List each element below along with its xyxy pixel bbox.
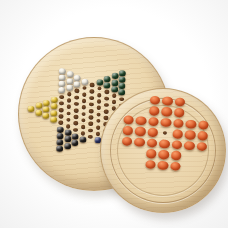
peg-white[interactable] <box>59 74 66 81</box>
peg-green[interactable] <box>118 83 125 90</box>
board-hole[interactable] <box>89 109 94 113</box>
board-hole[interactable] <box>82 86 87 90</box>
peg-green[interactable] <box>111 73 118 80</box>
board-hole[interactable] <box>66 118 71 122</box>
board-hole[interactable] <box>96 112 101 116</box>
marble[interactable] <box>147 127 158 137</box>
peg-black[interactable] <box>56 146 63 153</box>
board-hole[interactable] <box>104 90 109 94</box>
board-hole[interactable] <box>104 103 109 107</box>
marble[interactable] <box>146 138 157 148</box>
board-hole[interactable] <box>88 115 93 119</box>
board-hole[interactable] <box>66 111 71 115</box>
board-hole[interactable] <box>81 118 86 122</box>
board-hole[interactable] <box>66 105 71 109</box>
board-hole[interactable] <box>74 95 79 99</box>
marble[interactable] <box>174 97 185 107</box>
peg-green[interactable] <box>104 76 111 83</box>
peg-yellow[interactable] <box>50 116 57 123</box>
peg-black[interactable] <box>79 137 86 144</box>
marble[interactable] <box>161 107 172 117</box>
board-hole[interactable] <box>66 124 71 128</box>
board-hole[interactable] <box>88 135 93 139</box>
marble[interactable] <box>196 141 207 151</box>
marble[interactable] <box>184 141 195 151</box>
board-hole[interactable] <box>81 112 86 116</box>
peg-white[interactable] <box>73 81 80 88</box>
marble[interactable] <box>145 149 156 159</box>
board-hole[interactable] <box>59 101 64 105</box>
marble[interactable] <box>162 96 173 106</box>
board-hole[interactable] <box>59 108 64 112</box>
marble[interactable] <box>148 117 159 127</box>
peg-black[interactable] <box>57 126 64 133</box>
peg-black[interactable] <box>56 139 63 146</box>
board-hole[interactable] <box>58 121 63 125</box>
peg-white[interactable] <box>59 68 66 75</box>
board-hole[interactable] <box>74 89 79 93</box>
board-hole[interactable] <box>67 92 72 96</box>
peg-yellow[interactable] <box>50 97 57 104</box>
marble[interactable] <box>170 150 181 160</box>
peg-black[interactable] <box>71 133 78 140</box>
marble[interactable] <box>170 161 181 171</box>
marble[interactable] <box>157 160 168 170</box>
board-hole[interactable] <box>88 128 93 132</box>
peg-yellow[interactable] <box>50 103 57 110</box>
board-hole[interactable] <box>89 102 94 106</box>
marble[interactable] <box>159 139 170 149</box>
peg-black[interactable] <box>57 133 64 140</box>
board-hole[interactable] <box>73 128 78 132</box>
marble[interactable] <box>173 108 184 118</box>
board-hole[interactable] <box>73 121 78 125</box>
marble[interactable] <box>135 116 146 126</box>
board-hole[interactable] <box>73 115 78 119</box>
solitaire-hole[interactable] <box>163 131 167 135</box>
board-hole[interactable] <box>80 131 85 135</box>
peg-solitaire-board <box>100 88 226 213</box>
marble[interactable] <box>160 117 171 127</box>
peg-green[interactable] <box>111 79 118 86</box>
peg-black[interactable] <box>71 140 78 147</box>
peg-white[interactable] <box>58 81 65 88</box>
marble[interactable] <box>185 119 196 129</box>
marble[interactable] <box>145 159 156 169</box>
peg-white[interactable] <box>74 75 81 82</box>
board-hole[interactable] <box>81 105 86 109</box>
board-hole[interactable] <box>97 86 102 90</box>
marble[interactable] <box>158 150 169 160</box>
peg-black[interactable] <box>64 143 71 150</box>
peg-green[interactable] <box>119 70 126 77</box>
board-hole[interactable] <box>104 109 109 113</box>
board-hole[interactable] <box>104 96 109 100</box>
board-hole[interactable] <box>88 122 93 126</box>
board-hole[interactable] <box>97 93 102 97</box>
board-hole[interactable] <box>89 89 94 93</box>
marble[interactable] <box>121 136 132 146</box>
board-hole[interactable] <box>81 125 86 129</box>
peg-white[interactable] <box>66 84 73 91</box>
peg-white[interactable] <box>81 78 88 85</box>
peg-green[interactable] <box>111 86 118 93</box>
peg-yellow[interactable] <box>35 103 42 110</box>
peg-yellow[interactable] <box>43 100 50 107</box>
marble[interactable] <box>149 95 160 105</box>
board-hole[interactable] <box>96 119 101 123</box>
board-hole[interactable] <box>59 95 64 99</box>
marble[interactable] <box>171 140 182 150</box>
marble[interactable] <box>122 126 133 136</box>
board-hole[interactable] <box>111 100 116 104</box>
marble[interactable] <box>198 120 209 130</box>
marble[interactable] <box>123 115 134 125</box>
board-hole[interactable] <box>74 108 79 112</box>
board-hole[interactable] <box>96 99 101 103</box>
peg-white[interactable] <box>58 87 65 94</box>
marble[interactable] <box>148 106 159 116</box>
peg-green[interactable] <box>96 79 103 86</box>
peg-yellow[interactable] <box>50 110 57 117</box>
peg-green[interactable] <box>119 76 126 83</box>
board-hole[interactable] <box>112 93 117 97</box>
marble[interactable] <box>172 129 183 139</box>
board-hole[interactable] <box>95 132 100 136</box>
marble[interactable] <box>134 137 145 147</box>
marble[interactable] <box>135 126 146 136</box>
marble[interactable] <box>197 131 208 141</box>
board-hole[interactable] <box>90 83 95 87</box>
board-hole[interactable] <box>74 102 79 106</box>
board-hole[interactable] <box>96 106 101 110</box>
peg-white[interactable] <box>66 78 73 85</box>
marble[interactable] <box>184 130 195 140</box>
peg-yellow[interactable] <box>35 109 42 116</box>
peg-white[interactable] <box>66 71 73 78</box>
marble[interactable] <box>173 118 184 128</box>
peg-yellow[interactable] <box>27 106 34 113</box>
peg-black[interactable] <box>64 130 71 137</box>
peg-black[interactable] <box>64 136 71 143</box>
board-hole[interactable] <box>82 92 87 96</box>
board-hole[interactable] <box>89 96 94 100</box>
board-hole[interactable] <box>66 98 71 102</box>
board-hole[interactable] <box>58 114 63 118</box>
board-hole[interactable] <box>96 125 101 129</box>
peg-green[interactable] <box>118 89 125 96</box>
peg-yellow[interactable] <box>42 106 49 113</box>
peg-green[interactable] <box>103 82 110 89</box>
product-photo-scene <box>0 0 228 228</box>
board-hole[interactable] <box>81 99 86 103</box>
peg-yellow[interactable] <box>42 113 49 120</box>
